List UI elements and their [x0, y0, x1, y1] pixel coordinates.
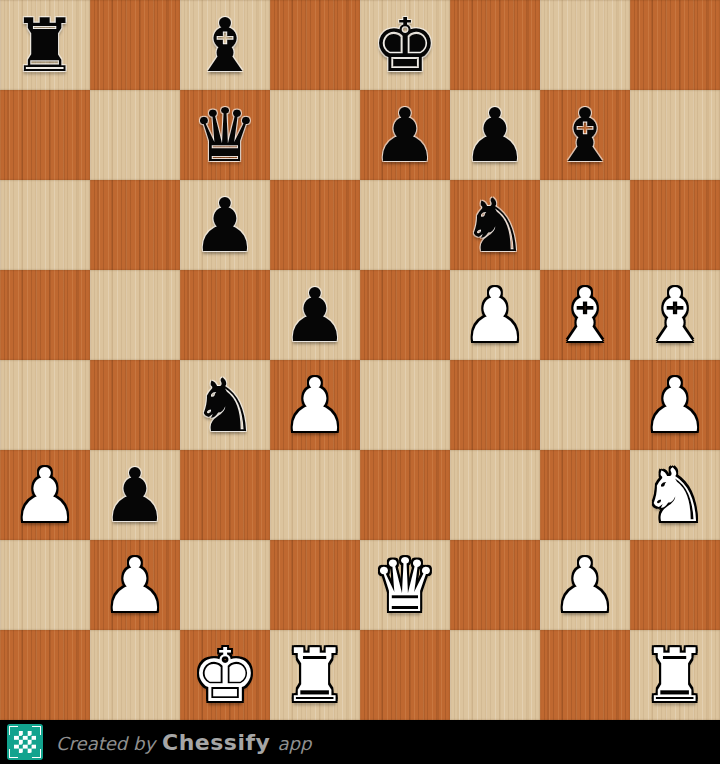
- square-g2[interactable]: ♟: [540, 540, 630, 630]
- piece-white-rook[interactable]: ♜: [642, 630, 708, 720]
- square-d4[interactable]: ♟: [270, 360, 360, 450]
- piece-white-bishop[interactable]: ♝: [642, 270, 708, 360]
- square-e7[interactable]: ♟: [360, 90, 450, 180]
- square-b3[interactable]: ♟: [90, 450, 180, 540]
- piece-black-queen[interactable]: ♛: [192, 90, 258, 180]
- piece-white-king[interactable]: ♚: [192, 630, 258, 720]
- square-b8[interactable]: [90, 0, 180, 90]
- piece-black-knight[interactable]: ♞: [462, 180, 528, 270]
- square-d5[interactable]: ♟: [270, 270, 360, 360]
- created-by-text: Created by: [56, 733, 155, 754]
- square-e6[interactable]: [360, 180, 450, 270]
- square-d2[interactable]: [270, 540, 360, 630]
- square-h4[interactable]: ♟: [630, 360, 720, 450]
- square-h6[interactable]: [630, 180, 720, 270]
- square-a8[interactable]: ♜: [0, 0, 90, 90]
- piece-black-pawn[interactable]: ♟: [192, 180, 258, 270]
- square-b2[interactable]: ♟: [90, 540, 180, 630]
- square-f8[interactable]: [450, 0, 540, 90]
- piece-black-pawn[interactable]: ♟: [102, 450, 168, 540]
- square-a3[interactable]: ♟: [0, 450, 90, 540]
- square-f3[interactable]: [450, 450, 540, 540]
- brand-name: Chessify: [162, 730, 270, 755]
- square-c6[interactable]: ♟: [180, 180, 270, 270]
- piece-black-pawn[interactable]: ♟: [282, 270, 348, 360]
- square-g3[interactable]: [540, 450, 630, 540]
- square-c2[interactable]: [180, 540, 270, 630]
- square-e3[interactable]: [360, 450, 450, 540]
- logo-checkerboard: [14, 731, 36, 753]
- piece-black-pawn[interactable]: ♟: [462, 90, 528, 180]
- square-a5[interactable]: [0, 270, 90, 360]
- square-a2[interactable]: [0, 540, 90, 630]
- square-c7[interactable]: ♛: [180, 90, 270, 180]
- square-f5[interactable]: ♟: [450, 270, 540, 360]
- square-e2[interactable]: ♛: [360, 540, 450, 630]
- piece-white-pawn[interactable]: ♟: [12, 450, 78, 540]
- piece-white-knight[interactable]: ♞: [642, 450, 708, 540]
- square-g6[interactable]: [540, 180, 630, 270]
- square-c4[interactable]: ♞: [180, 360, 270, 450]
- piece-white-rook[interactable]: ♜: [282, 630, 348, 720]
- piece-black-bishop[interactable]: ♝: [552, 90, 618, 180]
- square-e5[interactable]: [360, 270, 450, 360]
- square-d8[interactable]: [270, 0, 360, 90]
- square-c8[interactable]: ♝: [180, 0, 270, 90]
- square-a1[interactable]: [0, 630, 90, 720]
- piece-white-pawn[interactable]: ♟: [462, 270, 528, 360]
- square-a6[interactable]: [0, 180, 90, 270]
- square-b7[interactable]: [90, 90, 180, 180]
- square-h5[interactable]: ♝: [630, 270, 720, 360]
- square-b4[interactable]: [90, 360, 180, 450]
- piece-white-pawn[interactable]: ♟: [552, 540, 618, 630]
- piece-black-rook[interactable]: ♜: [12, 0, 78, 90]
- square-g5[interactable]: ♝: [540, 270, 630, 360]
- square-f7[interactable]: ♟: [450, 90, 540, 180]
- square-h8[interactable]: [630, 0, 720, 90]
- chess-board: ♜♝♚♛♟♟♝♟♞♟♟♝♝♞♟♟♟♟♞♟♛♟♚♜♜: [0, 0, 720, 720]
- piece-black-knight[interactable]: ♞: [192, 360, 258, 450]
- square-a4[interactable]: [0, 360, 90, 450]
- footer-credit: Created by Chessify app: [56, 730, 311, 755]
- square-c3[interactable]: [180, 450, 270, 540]
- square-a7[interactable]: [0, 90, 90, 180]
- square-g4[interactable]: [540, 360, 630, 450]
- square-e1[interactable]: [360, 630, 450, 720]
- piece-white-pawn[interactable]: ♟: [282, 360, 348, 450]
- square-h3[interactable]: ♞: [630, 450, 720, 540]
- square-d1[interactable]: ♜: [270, 630, 360, 720]
- square-g1[interactable]: [540, 630, 630, 720]
- chessify-logo-icon: [7, 724, 43, 760]
- square-f4[interactable]: [450, 360, 540, 450]
- square-h7[interactable]: [630, 90, 720, 180]
- square-d6[interactable]: [270, 180, 360, 270]
- square-b6[interactable]: [90, 180, 180, 270]
- square-h1[interactable]: ♜: [630, 630, 720, 720]
- square-e8[interactable]: ♚: [360, 0, 450, 90]
- square-f2[interactable]: [450, 540, 540, 630]
- square-b1[interactable]: [90, 630, 180, 720]
- square-d3[interactable]: [270, 450, 360, 540]
- piece-white-bishop[interactable]: ♝: [552, 270, 618, 360]
- square-h2[interactable]: [630, 540, 720, 630]
- square-d7[interactable]: [270, 90, 360, 180]
- piece-white-pawn[interactable]: ♟: [102, 540, 168, 630]
- square-g8[interactable]: [540, 0, 630, 90]
- square-c5[interactable]: [180, 270, 270, 360]
- piece-black-king[interactable]: ♚: [372, 0, 438, 90]
- square-f1[interactable]: [450, 630, 540, 720]
- square-b5[interactable]: [90, 270, 180, 360]
- footer-bar: Created by Chessify app: [0, 720, 720, 764]
- square-f6[interactable]: ♞: [450, 180, 540, 270]
- piece-white-queen[interactable]: ♛: [372, 540, 438, 630]
- square-g7[interactable]: ♝: [540, 90, 630, 180]
- piece-black-pawn[interactable]: ♟: [372, 90, 438, 180]
- square-c1[interactable]: ♚: [180, 630, 270, 720]
- square-e4[interactable]: [360, 360, 450, 450]
- piece-black-bishop[interactable]: ♝: [192, 0, 258, 90]
- piece-white-pawn[interactable]: ♟: [642, 360, 708, 450]
- app-text: app: [277, 733, 311, 754]
